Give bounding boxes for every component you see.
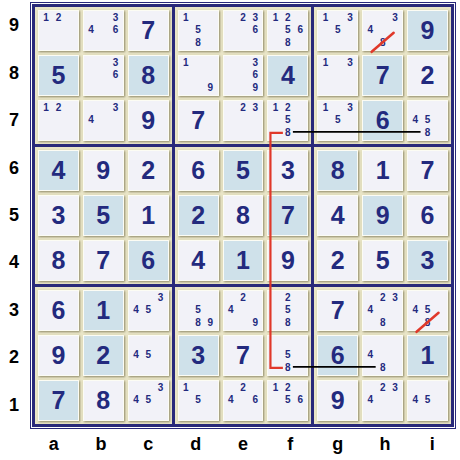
cell-h3[interactable]: 2348 (362, 290, 403, 331)
cell-h1[interactable]: 234 (362, 380, 403, 421)
digit-e2: 7 (236, 343, 250, 368)
cell-a4[interactable]: 8 (38, 240, 79, 281)
box-2: 158236125681936947231258 (175, 7, 312, 144)
col-label-g: g (314, 430, 361, 458)
candidate-f3-5: 5 (282, 304, 294, 316)
candidate-d8-9: 9 (204, 82, 216, 94)
candidates-c3: 345 (130, 292, 167, 329)
cell-d4[interactable]: 4 (178, 240, 219, 281)
col-label-a: a (30, 430, 77, 458)
cell-g7[interactable]: 135 (317, 100, 358, 141)
candidate-d8-1: 1 (180, 57, 192, 69)
row-label-7: 7 (0, 97, 28, 144)
candidate-a7-2: 2 (52, 102, 64, 114)
sudoku-board: 1234675368123491582361256819369472312581… (30, 2, 456, 429)
candidates-e7: 23 (225, 102, 262, 139)
candidate-f9-8: 8 (282, 37, 294, 49)
candidate-a9-1: 1 (40, 12, 52, 24)
digit-a2: 9 (51, 343, 65, 368)
candidates-g7: 135 (319, 102, 356, 139)
candidates-f7: 1258 (269, 102, 306, 139)
row-label-3: 3 (0, 287, 28, 334)
cell-d3[interactable]: 589 (178, 290, 219, 331)
candidate-i7-5: 5 (421, 114, 433, 126)
digit-g1: 9 (331, 388, 345, 413)
candidates-e3: 249 (225, 292, 262, 329)
col-label-h: h (361, 430, 408, 458)
cell-d2[interactable]: 3 (178, 335, 219, 376)
cell-f4[interactable]: 9 (267, 240, 308, 281)
candidate-b7-3: 3 (109, 102, 121, 114)
cell-i7[interactable]: 458 (407, 100, 448, 141)
candidate-g9-5: 5 (332, 24, 344, 36)
cell-g4[interactable]: 2 (317, 240, 358, 281)
digit-i4: 3 (421, 248, 435, 273)
candidates-f9: 12568 (269, 12, 306, 49)
digit-d7: 7 (191, 108, 205, 133)
digit-f8: 4 (281, 63, 295, 88)
candidate-h9-4: 4 (364, 24, 376, 36)
cell-d5[interactable]: 2 (178, 195, 219, 236)
candidate-i3-8: 8 (421, 317, 433, 329)
candidate-d9-5: 5 (192, 24, 204, 36)
cell-a6[interactable]: 4 (38, 150, 79, 191)
candidate-c2-4: 4 (130, 349, 142, 361)
cell-f2[interactable]: 58 (267, 335, 308, 376)
cell-h9[interactable]: 348 (362, 10, 403, 51)
cell-h5[interactable]: 9 (362, 195, 403, 236)
digit-h6: 1 (376, 158, 390, 183)
candidate-f2-5: 5 (282, 349, 294, 361)
cell-e4[interactable]: 1 (223, 240, 264, 281)
candidate-h2-8: 8 (377, 362, 389, 374)
row-label-5: 5 (0, 192, 28, 239)
cell-b1[interactable]: 8 (83, 380, 124, 421)
cell-b3[interactable]: 1 (83, 290, 124, 331)
digit-i2: 1 (421, 343, 435, 368)
digit-b4: 7 (96, 248, 110, 273)
cell-i9[interactable]: 9 (407, 10, 448, 51)
cell-g2[interactable]: 6 (317, 335, 358, 376)
candidates-a9: 12 (40, 12, 77, 49)
sudoku-app: 987654321 abcdefghi 12346753681234915823… (0, 0, 460, 460)
cell-e8[interactable]: 369 (223, 55, 264, 96)
col-label-b: b (77, 430, 124, 458)
row-labels: 987654321 (0, 2, 28, 429)
digit-i8: 2 (421, 63, 435, 88)
cell-b7[interactable]: 34 (83, 100, 124, 141)
cell-d8[interactable]: 19 (178, 55, 219, 96)
candidate-f9-2: 2 (282, 12, 294, 24)
cell-g5[interactable]: 4 (317, 195, 358, 236)
box-4: 492351876 (35, 147, 172, 284)
candidate-g8-3: 3 (344, 57, 356, 69)
cell-c1[interactable]: 345 (128, 380, 169, 421)
digit-a8: 5 (51, 63, 65, 88)
candidate-i3-5: 5 (421, 304, 433, 316)
candidate-f3-2: 2 (282, 292, 294, 304)
candidate-f7-8: 8 (282, 127, 294, 139)
digit-b1: 8 (96, 388, 110, 413)
cell-c4[interactable]: 6 (128, 240, 169, 281)
cell-c7[interactable]: 9 (128, 100, 169, 141)
digit-c9: 7 (141, 18, 155, 43)
candidate-e7-3: 3 (249, 102, 261, 114)
digit-e6: 5 (236, 158, 250, 183)
candidates-b9: 346 (85, 12, 122, 49)
candidate-d3-5: 5 (192, 304, 204, 316)
digit-h7: 6 (376, 108, 390, 133)
candidates-i1: 45 (409, 382, 446, 419)
candidate-f7-1: 1 (269, 102, 281, 114)
cell-b4[interactable]: 7 (83, 240, 124, 281)
candidate-d1-5: 5 (192, 394, 204, 406)
candidate-i1-5: 5 (421, 394, 433, 406)
candidate-h9-3: 3 (389, 12, 401, 24)
candidates-f1: 1256 (269, 382, 306, 419)
cell-b5[interactable]: 5 (83, 195, 124, 236)
cell-f9[interactable]: 12568 (267, 10, 308, 51)
candidates-h9: 348 (364, 12, 401, 49)
candidate-c3-5: 5 (142, 304, 154, 316)
candidate-c1-4: 4 (130, 394, 142, 406)
candidates-h3: 2348 (364, 292, 401, 329)
digit-a4: 8 (51, 248, 65, 273)
row-label-2: 2 (0, 334, 28, 381)
candidate-h1-3: 3 (389, 382, 401, 394)
candidate-f9-1: 1 (269, 12, 281, 24)
cell-c8[interactable]: 8 (128, 55, 169, 96)
candidate-f7-5: 5 (282, 114, 294, 126)
candidates-a7: 12 (40, 102, 77, 139)
cell-i1[interactable]: 45 (407, 380, 448, 421)
cell-d1[interactable]: 15 (178, 380, 219, 421)
cell-e1[interactable]: 246 (223, 380, 264, 421)
candidate-b8-3: 3 (109, 57, 121, 69)
candidates-b8: 36 (85, 57, 122, 94)
cell-e7[interactable]: 23 (223, 100, 264, 141)
digit-a5: 3 (51, 203, 65, 228)
col-label-f: f (267, 430, 314, 458)
candidate-e8-9: 9 (249, 82, 261, 94)
col-label-e: e (219, 430, 266, 458)
cell-c5[interactable]: 1 (128, 195, 169, 236)
digit-b6: 9 (96, 158, 110, 183)
candidate-e8-3: 3 (249, 57, 261, 69)
digit-c4: 6 (141, 248, 155, 273)
col-label-c: c (125, 430, 172, 458)
cell-f5[interactable]: 7 (267, 195, 308, 236)
digit-c5: 1 (141, 203, 155, 228)
digit-c6: 2 (141, 158, 155, 183)
candidate-h3-3: 3 (389, 292, 401, 304)
candidate-d3-9: 9 (204, 317, 216, 329)
candidate-h1-2: 2 (377, 382, 389, 394)
cell-d7[interactable]: 7 (178, 100, 219, 141)
digit-d6: 6 (191, 158, 205, 183)
box-9: 723484586481923445 (314, 287, 451, 424)
digit-a1: 7 (51, 388, 65, 413)
digit-a6: 4 (51, 158, 65, 183)
digit-f6: 3 (281, 158, 295, 183)
candidate-i7-8: 8 (421, 127, 433, 139)
candidate-e9-2: 2 (237, 12, 249, 24)
candidates-d8: 19 (180, 57, 217, 94)
digit-g2: 6 (331, 343, 345, 368)
cell-d9[interactable]: 158 (178, 10, 219, 51)
cell-a9[interactable]: 12 (38, 10, 79, 51)
row-label-9: 9 (0, 2, 28, 49)
cell-h8[interactable]: 7 (362, 55, 403, 96)
candidate-f3-8: 8 (282, 317, 294, 329)
candidates-f2: 58 (269, 337, 306, 374)
candidate-e3-9: 9 (249, 317, 261, 329)
candidates-g9: 135 (319, 12, 356, 49)
candidate-h3-4: 4 (364, 304, 376, 316)
cell-i2[interactable]: 1 (407, 335, 448, 376)
digit-i6: 7 (421, 158, 435, 183)
digit-h4: 5 (376, 248, 390, 273)
candidate-d9-1: 1 (180, 12, 192, 24)
cell-e6[interactable]: 5 (223, 150, 264, 191)
cell-h6[interactable]: 1 (362, 150, 403, 191)
candidate-e1-6: 6 (249, 394, 261, 406)
row-label-1: 1 (0, 382, 28, 429)
digit-h5: 9 (376, 203, 390, 228)
digit-i5: 6 (421, 203, 435, 228)
candidate-a9-2: 2 (52, 12, 64, 24)
digit-d5: 2 (191, 203, 205, 228)
candidates-h1: 234 (364, 382, 401, 419)
candidate-h1-4: 4 (364, 394, 376, 406)
candidate-g7-1: 1 (319, 102, 331, 114)
cell-g9[interactable]: 135 (317, 10, 358, 51)
candidate-g9-1: 1 (319, 12, 331, 24)
cell-a2[interactable]: 9 (38, 335, 79, 376)
candidate-f1-1: 1 (269, 382, 281, 394)
digit-g5: 4 (331, 203, 345, 228)
cell-c6[interactable]: 2 (128, 150, 169, 191)
candidate-e3-2: 2 (237, 292, 249, 304)
cell-g3[interactable]: 7 (317, 290, 358, 331)
candidate-f9-6: 6 (294, 24, 306, 36)
candidate-d9-8: 8 (192, 37, 204, 49)
cell-f3[interactable]: 258 (267, 290, 308, 331)
digit-g4: 2 (331, 248, 345, 273)
cell-g8[interactable]: 13 (317, 55, 358, 96)
cell-f8[interactable]: 4 (267, 55, 308, 96)
candidate-c3-4: 4 (130, 304, 142, 316)
digit-c7: 9 (141, 108, 155, 133)
digit-e4: 1 (236, 248, 250, 273)
cell-b8[interactable]: 36 (83, 55, 124, 96)
candidates-e1: 246 (225, 382, 262, 419)
candidates-d3: 589 (180, 292, 217, 329)
candidates-i3: 458 (409, 292, 446, 329)
candidate-c1-5: 5 (142, 394, 154, 406)
candidate-e3-4: 4 (225, 304, 237, 316)
column-labels: abcdefghi (30, 430, 456, 458)
candidate-d1-1: 1 (180, 382, 192, 394)
col-label-d: d (172, 430, 219, 458)
candidate-f2-8: 8 (282, 362, 294, 374)
candidate-g7-5: 5 (332, 114, 344, 126)
cell-e5[interactable]: 8 (223, 195, 264, 236)
digit-a3: 6 (51, 298, 65, 323)
cell-b2[interactable]: 2 (83, 335, 124, 376)
candidate-i1-4: 4 (409, 394, 421, 406)
digit-b5: 5 (96, 203, 110, 228)
cell-b9[interactable]: 346 (83, 10, 124, 51)
cell-i5[interactable]: 6 (407, 195, 448, 236)
cell-b6[interactable]: 9 (83, 150, 124, 191)
digit-i9: 9 (421, 18, 435, 43)
cell-g6[interactable]: 8 (317, 150, 358, 191)
cell-f7[interactable]: 1258 (267, 100, 308, 141)
candidate-h3-2: 2 (377, 292, 389, 304)
digit-c8: 8 (141, 63, 155, 88)
candidate-b8-6: 6 (109, 69, 121, 81)
candidate-c2-5: 5 (142, 349, 154, 361)
candidate-e1-4: 4 (225, 394, 237, 406)
cell-c9[interactable]: 7 (128, 10, 169, 51)
cell-a3[interactable]: 6 (38, 290, 79, 331)
row-label-8: 8 (0, 49, 28, 96)
cell-e2[interactable]: 7 (223, 335, 264, 376)
cell-h4[interactable]: 5 (362, 240, 403, 281)
digit-d4: 4 (191, 248, 205, 273)
candidates-d9: 158 (180, 12, 217, 49)
candidate-h3-8: 8 (377, 317, 389, 329)
candidate-f1-6: 6 (294, 394, 306, 406)
cell-i4[interactable]: 3 (407, 240, 448, 281)
candidate-g7-3: 3 (344, 102, 356, 114)
candidate-e7-2: 2 (237, 102, 249, 114)
candidates-c2: 45 (130, 337, 167, 374)
candidates-d1: 15 (180, 382, 217, 419)
box-8: 5892492583758152461256 (175, 287, 312, 424)
digit-d2: 3 (191, 343, 205, 368)
candidate-e8-6: 6 (249, 69, 261, 81)
digit-g6: 8 (331, 158, 345, 183)
cell-f6[interactable]: 3 (267, 150, 308, 191)
box-3: 135348913721356458 (314, 7, 451, 144)
candidate-f9-5: 5 (282, 24, 294, 36)
candidate-i3-4: 4 (409, 304, 421, 316)
candidate-e9-6: 6 (249, 24, 261, 36)
cell-c3[interactable]: 345 (128, 290, 169, 331)
candidate-c1-3: 3 (154, 382, 166, 394)
cell-h2[interactable]: 48 (362, 335, 403, 376)
candidates-e8: 369 (225, 57, 262, 94)
candidate-f1-5: 5 (282, 394, 294, 406)
candidate-g9-3: 3 (344, 12, 356, 24)
candidate-e9-3: 3 (249, 12, 261, 24)
candidate-b9-4: 4 (85, 24, 97, 36)
cell-a5[interactable]: 3 (38, 195, 79, 236)
candidate-b9-6: 6 (109, 24, 121, 36)
candidate-a7-1: 1 (40, 102, 52, 114)
candidate-d3-8: 8 (192, 317, 204, 329)
digit-h8: 7 (376, 63, 390, 88)
cell-a8[interactable]: 5 (38, 55, 79, 96)
cell-c2[interactable]: 45 (128, 335, 169, 376)
candidates-i7: 458 (409, 102, 446, 139)
candidate-f7-2: 2 (282, 102, 294, 114)
sudoku-grid: 1234675368123491582361256819369472312581… (32, 4, 454, 427)
candidates-c1: 345 (130, 382, 167, 419)
box-5: 653287419 (175, 147, 312, 284)
cell-a7[interactable]: 12 (38, 100, 79, 141)
digit-b2: 2 (96, 343, 110, 368)
candidate-c3-3: 3 (154, 292, 166, 304)
digit-b3: 1 (96, 298, 110, 323)
candidate-b9-3: 3 (109, 12, 121, 24)
cell-a1[interactable]: 7 (38, 380, 79, 421)
candidates-g8: 13 (319, 57, 356, 94)
digit-g3: 7 (331, 298, 345, 323)
cell-i6[interactable]: 7 (407, 150, 448, 191)
cell-d6[interactable]: 6 (178, 150, 219, 191)
digit-f4: 9 (281, 248, 295, 273)
col-label-i: i (409, 430, 456, 458)
cell-e9[interactable]: 236 (223, 10, 264, 51)
cell-i3[interactable]: 458 (407, 290, 448, 331)
box-7: 61345924578345 (35, 287, 172, 424)
row-label-6: 6 (0, 144, 28, 191)
cell-e3[interactable]: 249 (223, 290, 264, 331)
box-1: 123467536812349 (35, 7, 172, 144)
cell-g1[interactable]: 9 (317, 380, 358, 421)
cell-h7[interactable]: 6 (362, 100, 403, 141)
candidates-f3: 258 (269, 292, 306, 329)
candidate-f1-2: 2 (282, 382, 294, 394)
row-label-4: 4 (0, 239, 28, 286)
cell-i8[interactable]: 2 (407, 55, 448, 96)
candidate-i7-4: 4 (409, 114, 421, 126)
digit-f5: 7 (281, 203, 295, 228)
cell-f1[interactable]: 1256 (267, 380, 308, 421)
digit-e5: 8 (236, 203, 250, 228)
candidate-b7-4: 4 (85, 114, 97, 126)
candidates-b7: 34 (85, 102, 122, 139)
candidates-e9: 236 (225, 12, 262, 49)
candidate-g8-1: 1 (319, 57, 331, 69)
candidate-h2-4: 4 (364, 349, 376, 361)
box-6: 817496253 (314, 147, 451, 284)
candidate-e1-2: 2 (237, 382, 249, 394)
candidate-h9-8: 8 (377, 37, 389, 49)
candidates-h2: 48 (364, 337, 401, 374)
